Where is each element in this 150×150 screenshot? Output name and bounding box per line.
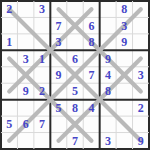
cell-r6c2[interactable]: 9 — [17, 83, 33, 99]
cell-r8c4[interactable] — [50, 116, 66, 132]
cell-r8c2[interactable]: 6 — [17, 116, 33, 132]
cell-r2c3[interactable] — [34, 17, 50, 33]
cell-r2c7[interactable] — [100, 17, 116, 33]
cell-r2c1[interactable] — [1, 17, 17, 33]
cell-r9c1[interactable] — [1, 133, 17, 149]
cell-r3c9[interactable] — [133, 34, 149, 50]
cell-r3c6[interactable]: 8 — [83, 34, 99, 50]
cell-r6c8[interactable] — [116, 83, 132, 99]
cell-r1c5[interactable] — [67, 1, 83, 17]
cell-r5c5[interactable] — [67, 67, 83, 83]
cell-r1c4[interactable] — [50, 1, 66, 17]
cell-r6c6[interactable] — [83, 83, 99, 99]
cell-r5c3[interactable] — [34, 67, 50, 83]
cell-r1c6[interactable] — [83, 1, 99, 17]
cell-r6c5[interactable]: 5 — [67, 83, 83, 99]
cell-r6c3[interactable]: 2 — [34, 83, 50, 99]
cell-r7c7[interactable] — [100, 100, 116, 116]
cell-r8c6[interactable] — [83, 116, 99, 132]
cell-r9c4[interactable] — [50, 133, 66, 149]
cell-r9c7[interactable]: 3 — [100, 133, 116, 149]
cell-r8c8[interactable] — [116, 116, 132, 132]
cell-r5c8[interactable] — [116, 67, 132, 83]
cell-r9c9[interactable]: 9 — [133, 133, 149, 149]
cell-r5c4[interactable]: 9 — [50, 67, 66, 83]
cell-r2c2[interactable] — [17, 17, 33, 33]
cell-r3c7[interactable] — [100, 34, 116, 50]
cell-r5c2[interactable] — [17, 67, 33, 83]
cell-r4c5[interactable]: 6 — [67, 50, 83, 66]
cell-r3c3[interactable] — [34, 34, 50, 50]
cell-r7c5[interactable]: 8 — [67, 100, 83, 116]
cell-r1c8[interactable]: 8 — [116, 1, 132, 17]
cell-r7c9[interactable]: 2 — [133, 100, 149, 116]
cell-r2c6[interactable]: 6 — [83, 17, 99, 33]
cell-r5c7[interactable]: 4 — [100, 67, 116, 83]
cell-r7c2[interactable] — [17, 100, 33, 116]
cell-r3c5[interactable] — [67, 34, 83, 50]
cell-r7c4[interactable]: 5 — [50, 100, 66, 116]
cell-r2c4[interactable]: 7 — [50, 17, 66, 33]
cell-r9c8[interactable] — [116, 133, 132, 149]
cell-r7c3[interactable] — [34, 100, 50, 116]
cell-r4c8[interactable] — [116, 50, 132, 66]
cell-r4c2[interactable]: 3 — [17, 50, 33, 66]
cell-r6c4[interactable] — [50, 83, 66, 99]
cell-r4c9[interactable] — [133, 50, 149, 66]
cell-r6c1[interactable] — [1, 83, 17, 99]
cell-r1c2[interactable] — [17, 1, 33, 17]
cell-r5c9[interactable]: 3 — [133, 67, 149, 83]
cell-r9c5[interactable]: 7 — [67, 133, 83, 149]
cell-r1c1[interactable]: 2 — [1, 1, 17, 17]
cell-r6c9[interactable] — [133, 83, 149, 99]
cell-r4c6[interactable] — [83, 50, 99, 66]
cell-r3c1[interactable]: 1 — [1, 34, 17, 50]
cell-r4c3[interactable]: 1 — [34, 50, 50, 66]
cell-r6c7[interactable]: 8 — [100, 83, 116, 99]
cell-r2c5[interactable] — [67, 17, 83, 33]
cell-r7c8[interactable] — [116, 100, 132, 116]
cell-r1c3[interactable]: 3 — [34, 1, 50, 17]
cell-r8c7[interactable] — [100, 116, 116, 132]
cell-r9c3[interactable] — [34, 133, 50, 149]
cell-r8c1[interactable]: 5 — [1, 116, 17, 132]
cell-r7c6[interactable]: 4 — [83, 100, 99, 116]
cell-r8c5[interactable] — [67, 116, 83, 132]
cell-r2c9[interactable] — [133, 17, 149, 33]
cell-r1c9[interactable] — [133, 1, 149, 17]
cell-r5c1[interactable] — [1, 67, 17, 83]
cell-r9c6[interactable] — [83, 133, 99, 149]
sudoku-board: 23876313893169974392585842567739 — [0, 0, 150, 150]
cell-r3c8[interactable]: 9 — [116, 34, 132, 50]
cell-r8c9[interactable] — [133, 116, 149, 132]
cell-r3c4[interactable]: 3 — [50, 34, 66, 50]
cell-r9c2[interactable] — [17, 133, 33, 149]
cell-r4c7[interactable]: 9 — [100, 50, 116, 66]
cell-r3c2[interactable] — [17, 34, 33, 50]
cell-r4c1[interactable] — [1, 50, 17, 66]
cell-r7c1[interactable] — [1, 100, 17, 116]
cell-r8c3[interactable]: 7 — [34, 116, 50, 132]
cell-r5c6[interactable]: 7 — [83, 67, 99, 83]
sudoku-grid: 23876313893169974392585842567739 — [1, 1, 149, 149]
cell-r4c4[interactable] — [50, 50, 66, 66]
cell-r2c8[interactable]: 3 — [116, 17, 132, 33]
cell-r1c7[interactable] — [100, 1, 116, 17]
